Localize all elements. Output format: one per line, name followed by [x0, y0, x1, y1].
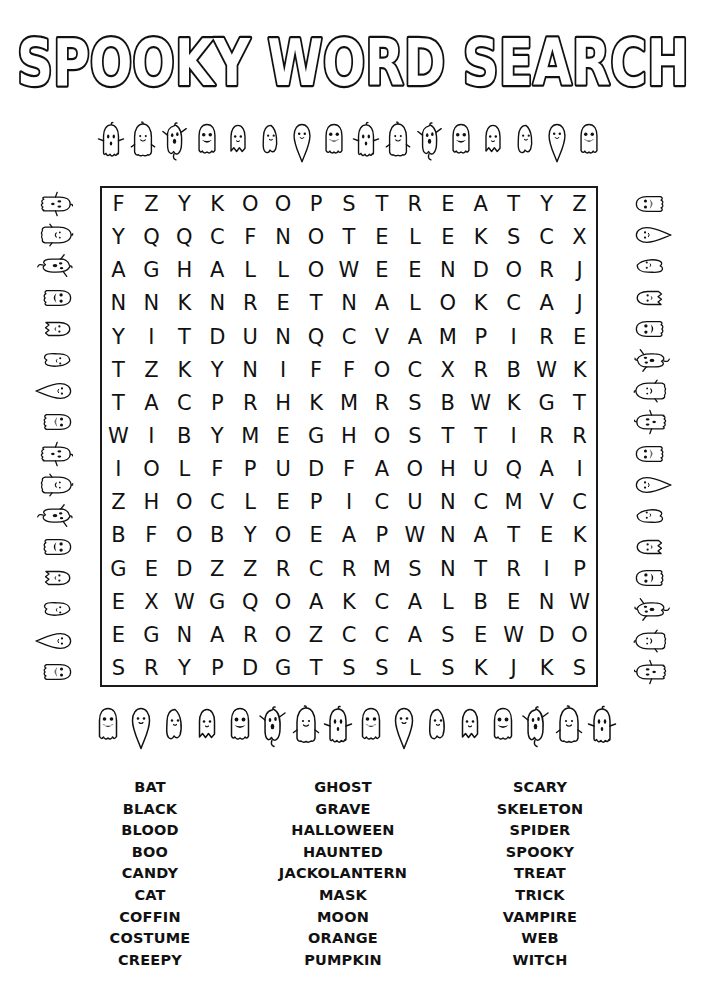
- grid-cell-r9c13[interactable]: Q: [497, 453, 530, 486]
- ghost-grin-icon: [447, 121, 475, 168]
- grid-cell-r14c13[interactable]: W: [497, 619, 530, 652]
- grid-cell-r2c7[interactable]: O: [300, 221, 333, 254]
- grid-cell-r12c5[interactable]: Z: [234, 552, 267, 585]
- ghost-surprised-arms-icon: [24, 189, 80, 219]
- grid-cell-r3c15[interactable]: J: [563, 254, 596, 287]
- top-ghost-row: [97, 118, 603, 168]
- ghost-happy-round-icon: [627, 376, 683, 406]
- grid-cell-r1c11[interactable]: E: [431, 188, 464, 221]
- grid-cell-r8c2[interactable]: I: [135, 420, 168, 453]
- ghost-sheet-icon: [224, 121, 252, 168]
- grid-cell-r2c5[interactable]: F: [234, 221, 267, 254]
- grid-cell-r11c12[interactable]: A: [464, 519, 497, 552]
- grid-cell-r10c1[interactable]: Z: [102, 486, 135, 519]
- grid-cell-r12c3[interactable]: D: [168, 552, 201, 585]
- grid-cell-r3c14[interactable]: R: [530, 254, 563, 287]
- ghost-sheet-icon: [24, 314, 80, 344]
- word-item: PUMPKIN: [233, 950, 453, 972]
- grid-cell-r4c6[interactable]: E: [267, 287, 300, 320]
- grid-cell-r1c5[interactable]: O: [234, 188, 267, 221]
- grid-cell-r4c3[interactable]: K: [168, 287, 201, 320]
- ghost-happy-round-icon: [291, 705, 321, 755]
- grid-cell-r6c13[interactable]: B: [497, 354, 530, 387]
- grid-cell-r1c7[interactable]: P: [300, 188, 333, 221]
- grid-cell-r4c1[interactable]: N: [102, 287, 135, 320]
- ghost-sheet-icon: [24, 563, 80, 593]
- grid-cell-r10c11[interactable]: N: [431, 486, 464, 519]
- grid-cell-r12c8[interactable]: R: [333, 552, 366, 585]
- grid-cell-r5c2[interactable]: I: [135, 321, 168, 354]
- grid-cell-r12c6[interactable]: R: [267, 552, 300, 585]
- grid-cell-r11c4[interactable]: B: [201, 519, 234, 552]
- grid-cell-r9c7[interactable]: D: [300, 453, 333, 486]
- grid-cell-r15c1[interactable]: S: [102, 652, 135, 685]
- grid-cell-r1c12[interactable]: A: [464, 188, 497, 221]
- ghost-teardrop-icon: [627, 470, 683, 500]
- grid-cell-r9c1[interactable]: I: [102, 453, 135, 486]
- grid-cell-r2c8[interactable]: T: [333, 221, 366, 254]
- word-item: WITCH: [430, 950, 650, 972]
- grid-cell-r7c13[interactable]: K: [497, 387, 530, 420]
- grid-cell-r6c10[interactable]: C: [398, 354, 431, 387]
- ghost-happy-round-icon: [129, 121, 157, 168]
- grid-cell-r10c9[interactable]: C: [365, 486, 398, 519]
- ghost-curvy-icon: [159, 705, 189, 755]
- grid-cell-r5c9[interactable]: V: [365, 321, 398, 354]
- grid-cell-r2c2[interactable]: Q: [135, 221, 168, 254]
- grid-cell-r11c15[interactable]: K: [563, 519, 596, 552]
- ghost-teardrop-icon: [389, 705, 419, 755]
- grid-cell-r11c9[interactable]: P: [365, 519, 398, 552]
- word-item: BLACK: [40, 799, 260, 821]
- grid-cell-r13c15[interactable]: W: [563, 586, 596, 619]
- grid-cell-r8c13[interactable]: I: [497, 420, 530, 453]
- ghost-teardrop-icon: [627, 220, 683, 250]
- grid-cell-r14c5[interactable]: R: [234, 619, 267, 652]
- grid-cell-r7c9[interactable]: R: [365, 387, 398, 420]
- grid-cell-r7c5[interactable]: R: [234, 387, 267, 420]
- grid-cell-r12c7[interactable]: C: [300, 552, 333, 585]
- grid-cell-r2c3[interactable]: Q: [168, 221, 201, 254]
- grid-cell-r12c15[interactable]: P: [563, 552, 596, 585]
- ghost-curvy-icon: [256, 121, 284, 168]
- grid-cell-r6c15[interactable]: K: [563, 354, 596, 387]
- ghost-grin-icon: [488, 705, 518, 755]
- grid-cell-r3c3[interactable]: H: [168, 254, 201, 287]
- grid-cell-r15c13[interactable]: J: [497, 652, 530, 685]
- ghost-surprised-arms-icon: [97, 121, 125, 168]
- word-item: CAT: [40, 885, 260, 907]
- grid-cell-r2c12[interactable]: K: [464, 221, 497, 254]
- page-title-text: SPOOKY WORD SEARCH: [17, 26, 689, 100]
- grid-cell-r3c9[interactable]: E: [365, 254, 398, 287]
- grid-cell-r11c11[interactable]: N: [431, 519, 464, 552]
- grid-cell-r15c14[interactable]: K: [530, 652, 563, 685]
- grid-cell-r11c3[interactable]: O: [168, 519, 201, 552]
- right-ghost-column: [626, 189, 684, 687]
- grid-cell-r14c8[interactable]: C: [333, 619, 366, 652]
- grid-cell-r5c3[interactable]: T: [168, 321, 201, 354]
- grid-cell-r5c6[interactable]: N: [267, 321, 300, 354]
- grid-cell-r4c10[interactable]: L: [398, 287, 431, 320]
- grid-cell-r3c6[interactable]: L: [267, 254, 300, 287]
- grid-cell-r14c11[interactable]: S: [431, 619, 464, 652]
- ghost-toothy-icon: [356, 705, 386, 755]
- grid-cell-r12c13[interactable]: R: [497, 552, 530, 585]
- grid-cell-r7c2[interactable]: A: [135, 387, 168, 420]
- grid-cell-r10c8[interactable]: I: [333, 486, 366, 519]
- grid-cell-r7c10[interactable]: S: [398, 387, 431, 420]
- word-item: WEB: [430, 928, 650, 950]
- grid-cell-r5c1[interactable]: Y: [102, 321, 135, 354]
- grid-cell-r8c6[interactable]: E: [267, 420, 300, 453]
- grid-cell-r6c1[interactable]: T: [102, 354, 135, 387]
- grid-cell-r5c7[interactable]: Q: [300, 321, 333, 354]
- grid-cell-r5c13[interactable]: I: [497, 321, 530, 354]
- ghost-happy-round-icon: [627, 626, 683, 656]
- ghost-surprised-arms-icon: [352, 121, 380, 168]
- grid-cell-r5c11[interactable]: M: [431, 321, 464, 354]
- grid-cell-r5c12[interactable]: P: [464, 321, 497, 354]
- ghost-sheet-icon: [455, 705, 485, 755]
- grid-cell-r12c11[interactable]: N: [431, 552, 464, 585]
- grid-cell-r13c3[interactable]: W: [168, 586, 201, 619]
- grid-cell-r10c6[interactable]: E: [267, 486, 300, 519]
- grid-cell-r13c8[interactable]: K: [333, 586, 366, 619]
- grid-cell-r7c11[interactable]: B: [431, 387, 464, 420]
- grid-cell-r13c4[interactable]: G: [201, 586, 234, 619]
- grid-cell-r14c14[interactable]: D: [530, 619, 563, 652]
- grid-cell-r12c12[interactable]: T: [464, 552, 497, 585]
- grid-cell-r3c5[interactable]: L: [234, 254, 267, 287]
- bottom-ghost-row: [93, 698, 617, 762]
- grid-cell-r4c2[interactable]: N: [135, 287, 168, 320]
- ghost-curvy-icon: [24, 594, 80, 624]
- grid-cell-r7c3[interactable]: C: [168, 387, 201, 420]
- ghost-toothy-icon: [320, 121, 348, 168]
- grid-cell-r10c12[interactable]: C: [464, 486, 497, 519]
- page-title: SPOOKY WORD SEARCH: [10, 22, 697, 104]
- grid-cell-r6c9[interactable]: O: [365, 354, 398, 387]
- grid-cell-r4c12[interactable]: K: [464, 287, 497, 320]
- grid-cell-r1c10[interactable]: R: [398, 188, 431, 221]
- grid-cell-r15c12[interactable]: K: [464, 652, 497, 685]
- word-column-1: BATBLACKBLOODBOOCANDYCATCOFFINCOSTUMECRE…: [40, 777, 260, 971]
- grid-cell-r11c13[interactable]: T: [497, 519, 530, 552]
- grid-cell-r9c14[interactable]: A: [530, 453, 563, 486]
- left-ghost-column: [23, 189, 81, 687]
- grid-cell-r7c7[interactable]: K: [300, 387, 333, 420]
- grid-cell-r15c2[interactable]: R: [135, 652, 168, 685]
- grid-cell-r10c2[interactable]: H: [135, 486, 168, 519]
- grid-cell-r6c2[interactable]: Z: [135, 354, 168, 387]
- grid-cell-r9c10[interactable]: O: [398, 453, 431, 486]
- word-item: SPIDER: [430, 820, 650, 842]
- ghost-flailing-icon: [258, 705, 288, 755]
- grid-cell-r4c9[interactable]: A: [365, 287, 398, 320]
- grid-cell-r13c11[interactable]: L: [431, 586, 464, 619]
- grid-cell-r8c5[interactable]: M: [234, 420, 267, 453]
- word-item: GHOST: [233, 777, 453, 799]
- grid-cell-r15c7[interactable]: T: [300, 652, 333, 685]
- grid-cell-r15c8[interactable]: S: [333, 652, 366, 685]
- grid-cell-r13c5[interactable]: Q: [234, 586, 267, 619]
- grid-cell-r12c2[interactable]: E: [135, 552, 168, 585]
- grid-cell-r6c11[interactable]: X: [431, 354, 464, 387]
- grid-cell-r8c10[interactable]: S: [398, 420, 431, 453]
- grid-cell-r12c1[interactable]: G: [102, 552, 135, 585]
- ghost-grin-icon: [627, 314, 683, 344]
- grid-cell-r2c11[interactable]: E: [431, 221, 464, 254]
- grid-cell-r14c12[interactable]: E: [464, 619, 497, 652]
- ghost-curvy-icon: [24, 345, 80, 375]
- grid-cell-r2c1[interactable]: Y: [102, 221, 135, 254]
- grid-cell-r4c15[interactable]: J: [563, 287, 596, 320]
- grid-cell-r5c15[interactable]: E: [563, 321, 596, 354]
- ghost-toothy-icon: [575, 121, 603, 168]
- grid-cell-r12c9[interactable]: M: [365, 552, 398, 585]
- grid-cell-r11c6[interactable]: O: [267, 519, 300, 552]
- grid-cell-r4c7[interactable]: T: [300, 287, 333, 320]
- grid-cell-r4c11[interactable]: O: [431, 287, 464, 320]
- grid-cell-r6c12[interactable]: R: [464, 354, 497, 387]
- grid-cell-r5c8[interactable]: C: [333, 321, 366, 354]
- grid-cell-r10c5[interactable]: L: [234, 486, 267, 519]
- grid-cell-r8c3[interactable]: B: [168, 420, 201, 453]
- grid-cell-r8c14[interactable]: R: [530, 420, 563, 453]
- word-item: COFFIN: [40, 907, 260, 929]
- grid-cell-r15c10[interactable]: L: [398, 652, 431, 685]
- grid-cell-r7c4[interactable]: P: [201, 387, 234, 420]
- ghost-sheet-icon: [479, 121, 507, 168]
- grid-cell-r9c8[interactable]: F: [333, 453, 366, 486]
- grid-cell-r3c2[interactable]: G: [135, 254, 168, 287]
- ghost-grin-icon: [193, 121, 221, 168]
- grid-cell-r6c7[interactable]: F: [300, 354, 333, 387]
- grid-cell-r1c2[interactable]: Z: [135, 188, 168, 221]
- grid-cell-r15c11[interactable]: S: [431, 652, 464, 685]
- grid-cell-r10c13[interactable]: M: [497, 486, 530, 519]
- grid-cell-r7c8[interactable]: M: [333, 387, 366, 420]
- grid-cell-r1c4[interactable]: K: [201, 188, 234, 221]
- word-column-3: SCARYSKELETONSPIDERSPOOKYTREATTRICKVAMPI…: [430, 777, 650, 971]
- ghost-happy-round-icon: [554, 705, 584, 755]
- grid-cell-r7c15[interactable]: T: [563, 387, 596, 420]
- grid-cell-r2c14[interactable]: C: [530, 221, 563, 254]
- ghost-happy-round-icon: [384, 121, 412, 168]
- grid-cell-r1c13[interactable]: T: [497, 188, 530, 221]
- grid-cell-r13c1[interactable]: E: [102, 586, 135, 619]
- grid-cell-r15c5[interactable]: D: [234, 652, 267, 685]
- grid-cell-r9c11[interactable]: H: [431, 453, 464, 486]
- word-item: ORANGE: [233, 928, 453, 950]
- ghost-grin-icon: [24, 532, 80, 562]
- grid-cell-r4c14[interactable]: A: [530, 287, 563, 320]
- grid-cell-r3c1[interactable]: A: [102, 254, 135, 287]
- grid-cell-r6c3[interactable]: K: [168, 354, 201, 387]
- grid-cell-r10c14[interactable]: V: [530, 486, 563, 519]
- grid-cell-r8c1[interactable]: W: [102, 420, 135, 453]
- ghost-flailing-icon: [416, 121, 444, 168]
- word-item: VAMPIRE: [430, 907, 650, 929]
- grid-cell-r11c5[interactable]: Y: [234, 519, 267, 552]
- ghost-teardrop-icon: [126, 705, 156, 755]
- grid-cell-r3c13[interactable]: O: [497, 254, 530, 287]
- grid-cell-r11c2[interactable]: F: [135, 519, 168, 552]
- grid-cell-r7c6[interactable]: H: [267, 387, 300, 420]
- word-item: HALLOWEEN: [233, 820, 453, 842]
- ghost-flailing-icon: [627, 345, 683, 375]
- grid-cell-r9c12[interactable]: U: [464, 453, 497, 486]
- grid-cell-r10c3[interactable]: O: [168, 486, 201, 519]
- grid-cell-r3c7[interactable]: O: [300, 254, 333, 287]
- grid-cell-r13c6[interactable]: O: [267, 586, 300, 619]
- grid-cell-r13c2[interactable]: X: [135, 586, 168, 619]
- grid-cell-r15c4[interactable]: P: [201, 652, 234, 685]
- grid-cell-r14c10[interactable]: A: [398, 619, 431, 652]
- grid-cell-r13c14[interactable]: N: [530, 586, 563, 619]
- ghost-happy-round-icon: [24, 220, 80, 250]
- grid-cell-r1c1[interactable]: F: [102, 188, 135, 221]
- grid-cell-r9c15[interactable]: I: [563, 453, 596, 486]
- grid-cell-r13c13[interactable]: E: [497, 586, 530, 619]
- grid-cell-r11c1[interactable]: B: [102, 519, 135, 552]
- grid-cell-r13c12[interactable]: B: [464, 586, 497, 619]
- grid-cell-r9c5[interactable]: P: [234, 453, 267, 486]
- word-item: TRICK: [430, 885, 650, 907]
- grid-cell-r7c12[interactable]: W: [464, 387, 497, 420]
- grid-cell-r8c9[interactable]: O: [365, 420, 398, 453]
- grid-cell-r10c4[interactable]: C: [201, 486, 234, 519]
- grid-cell-r14c6[interactable]: O: [267, 619, 300, 652]
- grid-cell-r6c5[interactable]: N: [234, 354, 267, 387]
- grid-cell-r14c1[interactable]: E: [102, 619, 135, 652]
- grid-cell-r5c5[interactable]: U: [234, 321, 267, 354]
- grid-cell-r11c7[interactable]: E: [300, 519, 333, 552]
- grid-cell-r6c4[interactable]: Y: [201, 354, 234, 387]
- word-item: SCARY: [430, 777, 650, 799]
- grid-cell-r8c8[interactable]: H: [333, 420, 366, 453]
- ghost-toothy-icon: [627, 189, 683, 219]
- grid-cell-r6c6[interactable]: I: [267, 354, 300, 387]
- grid-cell-r4c13[interactable]: C: [497, 287, 530, 320]
- grid-cell-r9c4[interactable]: F: [201, 453, 234, 486]
- ghost-sheet-icon: [627, 532, 683, 562]
- grid-cell-r11c8[interactable]: A: [333, 519, 366, 552]
- ghost-surprised-arms-icon: [24, 439, 80, 469]
- grid-cell-r13c7[interactable]: A: [300, 586, 333, 619]
- grid-cell-r3c8[interactable]: W: [333, 254, 366, 287]
- grid-cell-r12c14[interactable]: I: [530, 552, 563, 585]
- grid-cell-r7c1[interactable]: T: [102, 387, 135, 420]
- grid-cell-r14c7[interactable]: Z: [300, 619, 333, 652]
- ghost-flailing-icon: [161, 121, 189, 168]
- grid-cell-r10c7[interactable]: P: [300, 486, 333, 519]
- ghost-curvy-icon: [627, 501, 683, 531]
- grid-cell-r15c9[interactable]: S: [365, 652, 398, 685]
- grid-cell-r14c4[interactable]: A: [201, 619, 234, 652]
- grid-cell-r10c10[interactable]: U: [398, 486, 431, 519]
- grid-cell-r3c4[interactable]: A: [201, 254, 234, 287]
- word-item: JACKOLANTERN: [233, 863, 453, 885]
- grid-cell-r2c10[interactable]: L: [398, 221, 431, 254]
- word-item: MOON: [233, 907, 453, 929]
- grid-cell-r3c12[interactable]: D: [464, 254, 497, 287]
- grid-cell-r15c6[interactable]: G: [267, 652, 300, 685]
- grid-cell-r13c10[interactable]: A: [398, 586, 431, 619]
- ghost-grin-icon: [225, 705, 255, 755]
- ghost-curvy-icon: [511, 121, 539, 168]
- grid-cell-r10c15[interactable]: C: [563, 486, 596, 519]
- ghost-grin-icon: [24, 283, 80, 313]
- grid-cell-r14c15[interactable]: O: [563, 619, 596, 652]
- grid-cell-r2c6[interactable]: N: [267, 221, 300, 254]
- ghost-flailing-icon: [24, 501, 80, 531]
- grid-cell-r1c6[interactable]: O: [267, 188, 300, 221]
- grid-cell-r11c10[interactable]: W: [398, 519, 431, 552]
- grid-cell-r15c15[interactable]: S: [563, 652, 596, 685]
- grid-cell-r9c6[interactable]: U: [267, 453, 300, 486]
- grid-cell-r6c14[interactable]: W: [530, 354, 563, 387]
- grid-cell-r9c3[interactable]: L: [168, 453, 201, 486]
- grid-cell-r7c14[interactable]: G: [530, 387, 563, 420]
- grid-cell-r6c8[interactable]: F: [333, 354, 366, 387]
- grid-cell-r2c9[interactable]: E: [365, 221, 398, 254]
- grid-cell-r1c9[interactable]: T: [365, 188, 398, 221]
- grid-cell-r15c3[interactable]: Y: [168, 652, 201, 685]
- grid-cell-r5c14[interactable]: R: [530, 321, 563, 354]
- grid-cell-r13c9[interactable]: C: [365, 586, 398, 619]
- grid-cell-r4c4[interactable]: N: [201, 287, 234, 320]
- grid-cell-r4c5[interactable]: R: [234, 287, 267, 320]
- word-list: BATBLACKBLOODBOOCANDYCATCOFFINCOSTUMECRE…: [0, 777, 707, 977]
- word-item: TREAT: [430, 863, 650, 885]
- grid-cell-r8c4[interactable]: Y: [201, 420, 234, 453]
- grid-cell-r3c11[interactable]: N: [431, 254, 464, 287]
- grid-cell-r1c14[interactable]: Y: [530, 188, 563, 221]
- grid-cell-r2c4[interactable]: C: [201, 221, 234, 254]
- grid-cell-r1c8[interactable]: S: [333, 188, 366, 221]
- grid-cell-r14c9[interactable]: C: [365, 619, 398, 652]
- grid-cell-r11c14[interactable]: E: [530, 519, 563, 552]
- grid-cell-r1c15[interactable]: Z: [563, 188, 596, 221]
- grid-cell-r12c10[interactable]: S: [398, 552, 431, 585]
- grid-cell-r2c15[interactable]: X: [563, 221, 596, 254]
- grid-cell-r5c10[interactable]: A: [398, 321, 431, 354]
- grid-cell-r14c2[interactable]: G: [135, 619, 168, 652]
- grid-cell-r9c2[interactable]: O: [135, 453, 168, 486]
- word-item: MASK: [233, 885, 453, 907]
- grid-cell-r4c8[interactable]: N: [333, 287, 366, 320]
- grid-cell-r8c7[interactable]: G: [300, 420, 333, 453]
- grid-cell-r8c15[interactable]: R: [563, 420, 596, 453]
- grid-cell-r2c13[interactable]: S: [497, 221, 530, 254]
- grid-cell-r14c3[interactable]: N: [168, 619, 201, 652]
- ghost-teardrop-icon: [288, 121, 316, 168]
- word-item: CANDY: [40, 863, 260, 885]
- grid-cell-r12c4[interactable]: Z: [201, 552, 234, 585]
- grid-cell-r8c12[interactable]: T: [464, 420, 497, 453]
- word-column-2: GHOSTGRAVEHALLOWEENHAUNTEDJACKOLANTERNMA…: [233, 777, 453, 971]
- grid-cell-r5c4[interactable]: D: [201, 321, 234, 354]
- grid-cell-r3c10[interactable]: E: [398, 254, 431, 287]
- ghost-flailing-icon: [24, 251, 80, 281]
- word-item: COSTUME: [40, 928, 260, 950]
- grid-cell-r1c3[interactable]: Y: [168, 188, 201, 221]
- grid-cell-r8c11[interactable]: T: [431, 420, 464, 453]
- ghost-sheet-icon: [627, 283, 683, 313]
- grid-cell-r9c9[interactable]: A: [365, 453, 398, 486]
